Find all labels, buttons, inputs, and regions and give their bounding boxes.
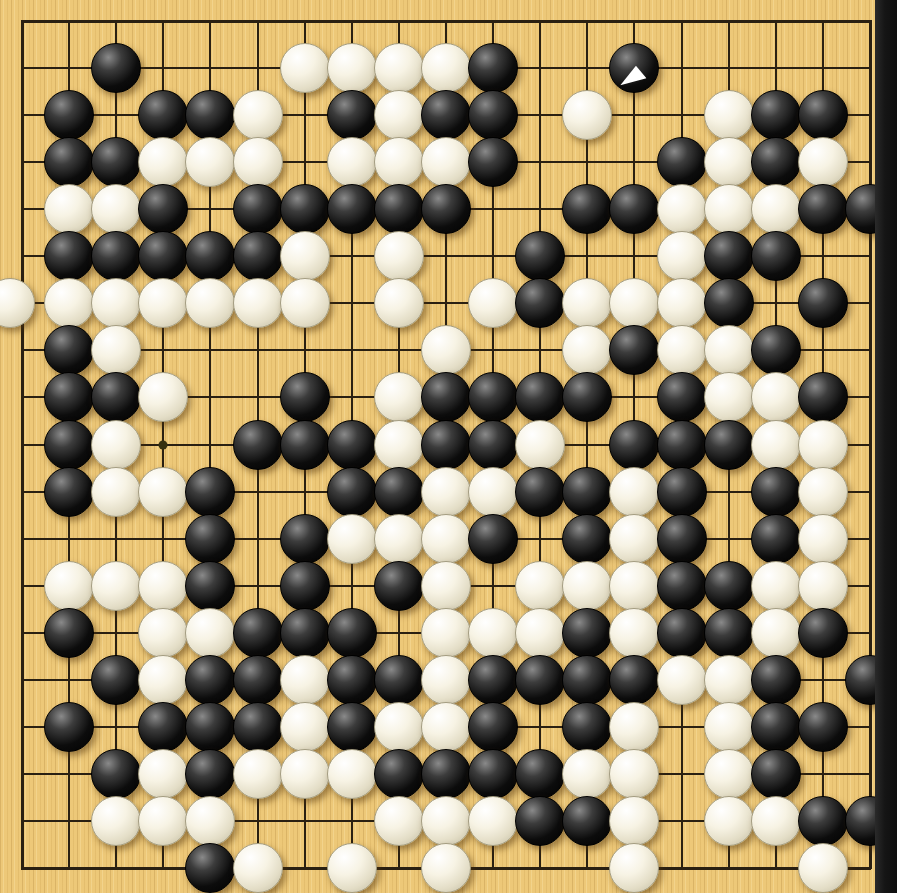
go-stone-white[interactable] [609, 702, 659, 752]
go-stone-black[interactable] [44, 90, 94, 140]
go-stone-black[interactable] [91, 372, 141, 422]
go-stone-white[interactable] [280, 702, 330, 752]
go-stone-black[interactable] [562, 655, 612, 705]
go-stone-black[interactable] [138, 184, 188, 234]
go-stone-black[interactable] [468, 420, 518, 470]
go-stone-white[interactable] [751, 796, 801, 846]
go-stone-black[interactable] [327, 420, 377, 470]
go-stone-white[interactable] [421, 608, 471, 658]
go-stone-white[interactable] [44, 278, 94, 328]
go-stone-black[interactable] [374, 184, 424, 234]
go-stone-white[interactable] [562, 561, 612, 611]
go-stone-black[interactable] [327, 655, 377, 705]
go-stone-white[interactable] [562, 325, 612, 375]
go-stone-white[interactable] [421, 796, 471, 846]
go-stone-black[interactable] [609, 43, 659, 93]
go-stone-black[interactable] [280, 184, 330, 234]
go-stone-black[interactable] [798, 608, 848, 658]
go-stone-white[interactable] [280, 278, 330, 328]
go-stone-white[interactable] [798, 420, 848, 470]
go-stone-white[interactable] [91, 796, 141, 846]
go-stone-black[interactable] [327, 467, 377, 517]
go-stone-black[interactable] [657, 372, 707, 422]
go-stone-white[interactable] [468, 467, 518, 517]
go-stone-black[interactable] [657, 137, 707, 187]
go-stone-black[interactable] [44, 702, 94, 752]
go-stone-white[interactable] [421, 843, 471, 893]
go-stone-white[interactable] [704, 325, 754, 375]
go-stone-black[interactable] [609, 184, 659, 234]
go-stone-black[interactable] [515, 372, 565, 422]
go-stone-black[interactable] [468, 372, 518, 422]
go-stone-black[interactable] [185, 749, 235, 799]
go-stone-black[interactable] [657, 561, 707, 611]
go-stone-black[interactable] [233, 608, 283, 658]
go-stone-black[interactable] [185, 561, 235, 611]
go-stone-black[interactable] [185, 702, 235, 752]
go-stone-white[interactable] [562, 749, 612, 799]
go-stone-white[interactable] [704, 372, 754, 422]
go-stone-white[interactable] [138, 655, 188, 705]
go-stone-white[interactable] [374, 702, 424, 752]
go-stone-black[interactable] [562, 514, 612, 564]
go-stone-black[interactable] [515, 749, 565, 799]
go-stone-black[interactable] [562, 372, 612, 422]
go-stone-white[interactable] [421, 325, 471, 375]
go-stone-white[interactable] [138, 796, 188, 846]
go-stone-black[interactable] [468, 90, 518, 140]
go-stone-white[interactable] [704, 90, 754, 140]
go-stone-black[interactable] [44, 467, 94, 517]
go-stone-black[interactable] [798, 184, 848, 234]
go-stone-white[interactable] [374, 137, 424, 187]
go-stone-white[interactable] [280, 43, 330, 93]
go-stone-black[interactable] [44, 608, 94, 658]
go-stone-white[interactable] [185, 608, 235, 658]
go-stone-black[interactable] [280, 372, 330, 422]
go-stone-black[interactable] [138, 90, 188, 140]
go-stone-black[interactable] [751, 655, 801, 705]
go-stone-black[interactable] [233, 231, 283, 281]
go-stone-white[interactable] [91, 325, 141, 375]
go-stone-white[interactable] [138, 372, 188, 422]
go-stone-white[interactable] [138, 278, 188, 328]
go-stone-black[interactable] [138, 702, 188, 752]
go-stone-black[interactable] [515, 231, 565, 281]
last-move-triangle-marker [618, 57, 648, 87]
go-stone-black[interactable] [704, 278, 754, 328]
go-stone-white[interactable] [609, 561, 659, 611]
go-stone-black[interactable] [327, 184, 377, 234]
go-stone-black[interactable] [185, 655, 235, 705]
go-stone-black[interactable] [515, 655, 565, 705]
go-stone-black[interactable] [185, 514, 235, 564]
go-stone-white[interactable] [233, 843, 283, 893]
go-stone-white[interactable] [751, 561, 801, 611]
go-stone-black[interactable] [798, 372, 848, 422]
go-stone-black[interactable] [374, 561, 424, 611]
go-stone-black[interactable] [374, 655, 424, 705]
go-stone-white[interactable] [468, 278, 518, 328]
go-stone-white[interactable] [233, 749, 283, 799]
go-stone-black[interactable] [91, 43, 141, 93]
go-stone-white[interactable] [421, 514, 471, 564]
go-stone-black[interactable] [562, 184, 612, 234]
go-stone-white[interactable] [798, 467, 848, 517]
go-stone-white[interactable] [138, 467, 188, 517]
go-stone-white[interactable] [751, 608, 801, 658]
go-stone-white[interactable] [327, 514, 377, 564]
go-stone-white[interactable] [609, 843, 659, 893]
go-stone-black[interactable] [44, 420, 94, 470]
go-stone-black[interactable] [185, 843, 235, 893]
go-stone-white[interactable] [138, 749, 188, 799]
go-stone-white[interactable] [327, 749, 377, 799]
go-stone-black[interactable] [44, 325, 94, 375]
go-stone-white[interactable] [657, 655, 707, 705]
go-stone-white[interactable] [327, 843, 377, 893]
go-stone-black[interactable] [704, 608, 754, 658]
go-stone-white[interactable] [91, 420, 141, 470]
go-stone-black[interactable] [421, 90, 471, 140]
go-stone-white[interactable] [91, 184, 141, 234]
go-stone-white[interactable] [657, 184, 707, 234]
go-stone-black[interactable] [515, 467, 565, 517]
go-stone-white[interactable] [704, 655, 754, 705]
go-stone-white[interactable] [421, 561, 471, 611]
go-stone-white[interactable] [138, 137, 188, 187]
go-stone-black[interactable] [562, 796, 612, 846]
go-stone-white[interactable] [751, 372, 801, 422]
go-stone-white[interactable] [374, 231, 424, 281]
go-stone-white[interactable] [468, 608, 518, 658]
go-stone-black[interactable] [704, 231, 754, 281]
go-stone-white[interactable] [233, 137, 283, 187]
go-stone-white[interactable] [421, 43, 471, 93]
go-stone-white[interactable] [374, 90, 424, 140]
go-stone-white[interactable] [515, 420, 565, 470]
go-stone-black[interactable] [233, 655, 283, 705]
go-stone-white[interactable] [233, 278, 283, 328]
go-stone-white[interactable] [374, 43, 424, 93]
go-stone-white[interactable] [704, 702, 754, 752]
go-stone-black[interactable] [280, 608, 330, 658]
go-stone-white[interactable] [609, 467, 659, 517]
go-stone-black[interactable] [657, 467, 707, 517]
go-stone-white[interactable] [421, 137, 471, 187]
grid-vline [869, 20, 872, 869]
go-stone-white[interactable] [515, 608, 565, 658]
go-stone-black[interactable] [468, 702, 518, 752]
go-stone-black[interactable] [704, 420, 754, 470]
go-stone-black[interactable] [91, 655, 141, 705]
go-stone-black[interactable] [374, 467, 424, 517]
go-stone-black[interactable] [562, 608, 612, 658]
go-stone-black[interactable] [138, 231, 188, 281]
right-dark-strip [875, 0, 897, 893]
go-stone-white[interactable] [704, 749, 754, 799]
go-stone-white[interactable] [751, 420, 801, 470]
go-stone-black[interactable] [468, 655, 518, 705]
go-stone-white[interactable] [280, 655, 330, 705]
go-stone-black[interactable] [327, 608, 377, 658]
go-stone-black[interactable] [91, 231, 141, 281]
go-stone-white[interactable] [327, 43, 377, 93]
go-stone-black[interactable] [91, 749, 141, 799]
go-stone-black[interactable] [91, 137, 141, 187]
go-stone-black[interactable] [657, 420, 707, 470]
go-stone-black[interactable] [233, 420, 283, 470]
go-stone-white[interactable] [562, 90, 612, 140]
go-stone-white[interactable] [280, 749, 330, 799]
go-stone-black[interactable] [468, 137, 518, 187]
go-stone-white[interactable] [657, 231, 707, 281]
go-stone-black[interactable] [421, 372, 471, 422]
go-stone-white[interactable] [44, 561, 94, 611]
go-stone-black[interactable] [468, 749, 518, 799]
go-stone-white[interactable] [185, 137, 235, 187]
go-stone-black[interactable] [515, 796, 565, 846]
go-stone-black[interactable] [657, 514, 707, 564]
go-stone-white[interactable] [562, 278, 612, 328]
go-stone-white[interactable] [798, 137, 848, 187]
go-stone-white[interactable] [421, 702, 471, 752]
go-stone-black[interactable] [421, 749, 471, 799]
go-stone-white[interactable] [374, 278, 424, 328]
go-stone-black[interactable] [657, 608, 707, 658]
go-stone-black[interactable] [798, 702, 848, 752]
go-stone-white[interactable] [327, 137, 377, 187]
go-stone-black[interactable] [562, 702, 612, 752]
go-stone-black[interactable] [44, 231, 94, 281]
go-stone-white[interactable] [421, 467, 471, 517]
go-stone-white[interactable] [609, 608, 659, 658]
go-stone-black[interactable] [609, 655, 659, 705]
go-stone-white[interactable] [751, 184, 801, 234]
go-stone-black[interactable] [609, 325, 659, 375]
go-stone-black[interactable] [515, 278, 565, 328]
go-stone-black[interactable] [751, 231, 801, 281]
go-stone-white[interactable] [798, 514, 848, 564]
go-stone-black[interactable] [280, 514, 330, 564]
go-stone-white[interactable] [704, 137, 754, 187]
go-stone-black[interactable] [421, 420, 471, 470]
go-stone-black[interactable] [751, 514, 801, 564]
go-stone-white[interactable] [704, 796, 754, 846]
go-stone-black[interactable] [468, 43, 518, 93]
go-stone-white[interactable] [44, 184, 94, 234]
go-stone-black[interactable] [751, 749, 801, 799]
go-stone-white[interactable] [374, 796, 424, 846]
go-stone-white[interactable] [91, 467, 141, 517]
go-stone-black[interactable] [751, 137, 801, 187]
go-stone-black[interactable] [751, 325, 801, 375]
go-stone-white[interactable] [421, 655, 471, 705]
go-stone-white[interactable] [609, 514, 659, 564]
star-point [159, 440, 168, 449]
go-stone-black[interactable] [280, 561, 330, 611]
go-stone-black[interactable] [704, 561, 754, 611]
go-stone-white[interactable] [515, 561, 565, 611]
go-stone-white[interactable] [185, 278, 235, 328]
go-stone-black[interactable] [185, 467, 235, 517]
go-stone-white[interactable] [657, 325, 707, 375]
go-stone-black[interactable] [751, 90, 801, 140]
go-stone-white[interactable] [138, 561, 188, 611]
go-stone-white[interactable] [798, 843, 848, 893]
go-stone-black[interactable] [562, 467, 612, 517]
go-stone-black[interactable] [751, 467, 801, 517]
go-stone-black[interactable] [280, 420, 330, 470]
go-stone-white[interactable] [0, 278, 35, 328]
go-stone-black[interactable] [327, 90, 377, 140]
go-stone-white[interactable] [91, 278, 141, 328]
go-stone-black[interactable] [798, 796, 848, 846]
go-stone-black[interactable] [374, 749, 424, 799]
go-stone-white[interactable] [798, 561, 848, 611]
go-stone-white[interactable] [374, 372, 424, 422]
go-stone-black[interactable] [327, 702, 377, 752]
go-stone-black[interactable] [468, 514, 518, 564]
go-stone-black[interactable] [798, 278, 848, 328]
go-stone-black[interactable] [44, 372, 94, 422]
go-stone-black[interactable] [233, 702, 283, 752]
go-stone-white[interactable] [280, 231, 330, 281]
go-stone-white[interactable] [138, 608, 188, 658]
go-stone-black[interactable] [185, 90, 235, 140]
go-stone-white[interactable] [704, 184, 754, 234]
go-stone-white[interactable] [185, 796, 235, 846]
go-stone-black[interactable] [421, 184, 471, 234]
go-stone-white[interactable] [468, 796, 518, 846]
go-stone-black[interactable] [798, 90, 848, 140]
go-stone-white[interactable] [609, 796, 659, 846]
go-stone-white[interactable] [374, 514, 424, 564]
go-stone-white[interactable] [374, 420, 424, 470]
go-stone-black[interactable] [609, 420, 659, 470]
go-stone-white[interactable] [609, 749, 659, 799]
go-stone-black[interactable] [44, 137, 94, 187]
go-stone-black[interactable] [233, 184, 283, 234]
go-stone-white[interactable] [657, 278, 707, 328]
go-stone-white[interactable] [91, 561, 141, 611]
go-board[interactable] [0, 0, 897, 893]
go-stone-black[interactable] [751, 702, 801, 752]
go-stone-white[interactable] [233, 90, 283, 140]
go-stone-white[interactable] [609, 278, 659, 328]
go-stone-black[interactable] [185, 231, 235, 281]
